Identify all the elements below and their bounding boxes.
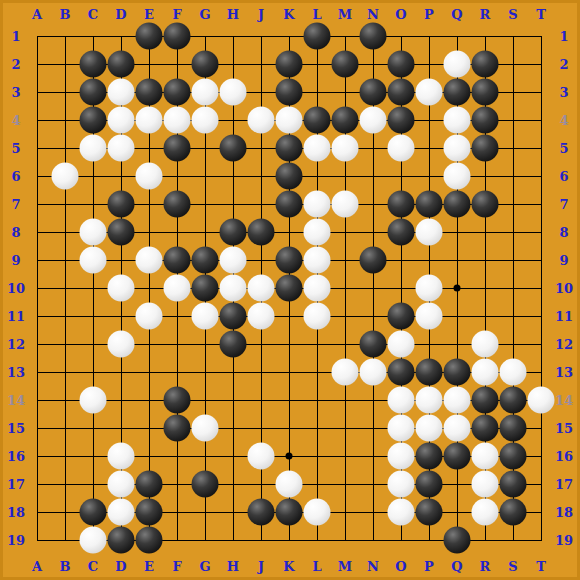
column-label-bottom: Q (451, 559, 462, 574)
white-stone-P8 (416, 219, 443, 246)
white-stone-G15 (192, 415, 219, 442)
white-stone-G4 (192, 107, 219, 134)
black-stone-R7 (472, 191, 499, 218)
black-stone-S16 (500, 443, 527, 470)
column-label-bottom: B (60, 559, 71, 574)
column-label-bottom: T (536, 559, 546, 574)
black-stone-K18 (276, 499, 303, 526)
star-point (454, 285, 461, 292)
white-stone-D18 (108, 499, 135, 526)
row-label-right: 16 (555, 449, 573, 464)
black-stone-C4 (80, 107, 107, 134)
black-stone-K10 (276, 275, 303, 302)
white-stone-Q14 (444, 387, 471, 414)
black-stone-C2 (80, 51, 107, 78)
black-stone-M2 (332, 51, 359, 78)
black-stone-N12 (360, 331, 387, 358)
row-label-right: 2 (559, 57, 568, 72)
white-stone-F4 (164, 107, 191, 134)
white-stone-P15 (416, 415, 443, 442)
black-stone-F3 (164, 79, 191, 106)
column-label-top: O (395, 7, 406, 22)
black-stone-N3 (360, 79, 387, 106)
black-stone-O7 (388, 191, 415, 218)
white-stone-M13 (332, 359, 359, 386)
white-stone-O17 (388, 471, 415, 498)
row-label-left: 9 (11, 253, 20, 268)
white-stone-L5 (304, 135, 331, 162)
black-stone-N9 (360, 247, 387, 274)
row-label-right: 11 (555, 309, 573, 324)
black-stone-C18 (80, 499, 107, 526)
black-stone-H12 (220, 331, 247, 358)
black-stone-C3 (80, 79, 107, 106)
black-stone-R3 (472, 79, 499, 106)
black-stone-L1 (304, 23, 331, 50)
black-stone-K2 (276, 51, 303, 78)
white-stone-O16 (388, 443, 415, 470)
black-stone-K9 (276, 247, 303, 274)
white-stone-L18 (304, 499, 331, 526)
black-stone-O11 (388, 303, 415, 330)
column-label-bottom: E (144, 559, 154, 574)
white-stone-O5 (388, 135, 415, 162)
black-stone-R4 (472, 107, 499, 134)
white-stone-P14 (416, 387, 443, 414)
white-stone-L11 (304, 303, 331, 330)
row-label-right: 19 (555, 533, 573, 548)
white-stone-B6 (52, 163, 79, 190)
row-label-right: 7 (559, 197, 568, 212)
black-stone-G9 (192, 247, 219, 274)
white-stone-L10 (304, 275, 331, 302)
white-stone-G3 (192, 79, 219, 106)
black-stone-Q16 (444, 443, 471, 470)
black-stone-F15 (164, 415, 191, 442)
white-stone-M5 (332, 135, 359, 162)
black-stone-M4 (332, 107, 359, 134)
black-stone-R15 (472, 415, 499, 442)
white-stone-S13 (500, 359, 527, 386)
black-stone-D2 (108, 51, 135, 78)
column-label-top: R (480, 7, 491, 22)
white-stone-F10 (164, 275, 191, 302)
white-stone-D17 (108, 471, 135, 498)
column-label-top: Q (451, 7, 462, 22)
white-stone-Q15 (444, 415, 471, 442)
white-stone-H9 (220, 247, 247, 274)
row-label-left: 2 (11, 57, 20, 72)
white-stone-C8 (80, 219, 107, 246)
row-label-left: 1 (11, 29, 20, 44)
row-label-right: 15 (555, 421, 573, 436)
black-stone-K3 (276, 79, 303, 106)
black-stone-K5 (276, 135, 303, 162)
black-stone-K7 (276, 191, 303, 218)
white-stone-R18 (472, 499, 499, 526)
white-stone-H10 (220, 275, 247, 302)
column-label-bottom: O (395, 559, 406, 574)
black-stone-P18 (416, 499, 443, 526)
white-stone-P3 (416, 79, 443, 106)
row-label-right: 3 (559, 85, 568, 100)
row-label-right: 13 (555, 365, 573, 380)
white-stone-R12 (472, 331, 499, 358)
black-stone-O2 (388, 51, 415, 78)
row-label-left: 7 (11, 197, 20, 212)
column-label-top: T (536, 7, 546, 22)
column-label-top: P (424, 7, 434, 22)
white-stone-D5 (108, 135, 135, 162)
column-label-top: M (338, 7, 352, 22)
column-label-bottom: L (312, 559, 321, 574)
black-stone-J18 (248, 499, 275, 526)
white-stone-C14 (80, 387, 107, 414)
white-stone-Q5 (444, 135, 471, 162)
black-stone-Q7 (444, 191, 471, 218)
black-stone-G2 (192, 51, 219, 78)
white-stone-Q2 (444, 51, 471, 78)
row-label-left: 13 (7, 365, 25, 380)
black-stone-Q3 (444, 79, 471, 106)
black-stone-J8 (248, 219, 275, 246)
white-stone-L9 (304, 247, 331, 274)
row-label-left: 8 (11, 225, 20, 240)
gridline-vertical (541, 36, 542, 541)
white-stone-M7 (332, 191, 359, 218)
column-label-bottom: J (258, 559, 264, 574)
row-label-right: 5 (559, 141, 568, 156)
black-stone-N1 (360, 23, 387, 50)
white-stone-L7 (304, 191, 331, 218)
white-stone-D12 (108, 331, 135, 358)
row-label-left: 3 (11, 85, 20, 100)
white-stone-D3 (108, 79, 135, 106)
black-stone-R14 (472, 387, 499, 414)
row-label-right: 9 (559, 253, 568, 268)
row-label-left: 16 (7, 449, 25, 464)
column-label-top: F (172, 7, 181, 22)
column-label-bottom: R (480, 559, 491, 574)
black-stone-D19 (108, 527, 135, 554)
black-stone-S18 (500, 499, 527, 526)
column-label-bottom: S (508, 559, 517, 574)
black-stone-H8 (220, 219, 247, 246)
white-stone-G11 (192, 303, 219, 330)
column-label-top: E (144, 7, 154, 22)
row-label-left: 6 (11, 169, 20, 184)
white-stone-J16 (248, 443, 275, 470)
black-stone-E17 (136, 471, 163, 498)
white-stone-C9 (80, 247, 107, 274)
white-stone-O14 (388, 387, 415, 414)
column-label-bottom: A (32, 559, 42, 574)
row-label-left: 11 (7, 309, 25, 324)
white-stone-C5 (80, 135, 107, 162)
column-label-bottom: M (338, 559, 352, 574)
go-board[interactable]: AABBCCDDEEFFGGHHJJKKLLMMNNOOPPQQRRSSTT11… (0, 0, 580, 580)
black-stone-H5 (220, 135, 247, 162)
black-stone-S14 (500, 387, 527, 414)
white-stone-E11 (136, 303, 163, 330)
column-label-top: A (32, 7, 42, 22)
white-stone-J10 (248, 275, 275, 302)
column-label-top: G (199, 7, 210, 22)
column-label-top: S (508, 7, 517, 22)
white-stone-E6 (136, 163, 163, 190)
gridline-horizontal (37, 316, 542, 317)
black-stone-Q13 (444, 359, 471, 386)
black-stone-F14 (164, 387, 191, 414)
column-label-top: B (60, 7, 71, 22)
column-label-bottom: H (227, 559, 239, 574)
black-stone-F1 (164, 23, 191, 50)
column-label-top: N (367, 7, 379, 22)
white-stone-D4 (108, 107, 135, 134)
white-stone-O18 (388, 499, 415, 526)
column-label-top: D (115, 7, 126, 22)
white-stone-E4 (136, 107, 163, 134)
row-label-left: 5 (11, 141, 20, 156)
black-stone-S17 (500, 471, 527, 498)
white-stone-C19 (80, 527, 107, 554)
column-label-top: J (258, 7, 264, 22)
column-label-top: H (227, 7, 239, 22)
row-label-left: 15 (7, 421, 25, 436)
row-label-right: 18 (555, 505, 573, 520)
black-stone-K6 (276, 163, 303, 190)
white-stone-R17 (472, 471, 499, 498)
row-label-right: 8 (559, 225, 568, 240)
black-stone-E1 (136, 23, 163, 50)
black-stone-D8 (108, 219, 135, 246)
row-label-right: 14 (555, 393, 573, 408)
white-stone-J4 (248, 107, 275, 134)
white-stone-R16 (472, 443, 499, 470)
column-label-top: K (283, 7, 294, 22)
row-label-right: 6 (559, 169, 568, 184)
black-stone-O13 (388, 359, 415, 386)
white-stone-E9 (136, 247, 163, 274)
row-label-right: 4 (559, 113, 568, 128)
black-stone-F5 (164, 135, 191, 162)
white-stone-P11 (416, 303, 443, 330)
column-label-bottom: F (172, 559, 181, 574)
white-stone-J11 (248, 303, 275, 330)
black-stone-F7 (164, 191, 191, 218)
white-stone-T14 (528, 387, 555, 414)
row-label-right: 12 (555, 337, 573, 352)
white-stone-L8 (304, 219, 331, 246)
white-stone-P10 (416, 275, 443, 302)
white-stone-H3 (220, 79, 247, 106)
black-stone-P7 (416, 191, 443, 218)
row-label-left: 14 (7, 393, 25, 408)
star-point (286, 453, 293, 460)
black-stone-P17 (416, 471, 443, 498)
white-stone-O12 (388, 331, 415, 358)
column-label-bottom: N (367, 559, 379, 574)
white-stone-N4 (360, 107, 387, 134)
white-stone-Q4 (444, 107, 471, 134)
row-label-right: 10 (555, 281, 573, 296)
row-label-left: 4 (11, 113, 20, 128)
black-stone-E18 (136, 499, 163, 526)
black-stone-F9 (164, 247, 191, 274)
row-label-left: 19 (7, 533, 25, 548)
row-label-left: 10 (7, 281, 25, 296)
black-stone-L4 (304, 107, 331, 134)
black-stone-P13 (416, 359, 443, 386)
column-label-bottom: D (115, 559, 126, 574)
column-label-bottom: G (199, 559, 210, 574)
black-stone-Q19 (444, 527, 471, 554)
black-stone-E19 (136, 527, 163, 554)
black-stone-H11 (220, 303, 247, 330)
black-stone-G10 (192, 275, 219, 302)
row-label-left: 18 (7, 505, 25, 520)
black-stone-R5 (472, 135, 499, 162)
black-stone-G17 (192, 471, 219, 498)
white-stone-K4 (276, 107, 303, 134)
black-stone-O8 (388, 219, 415, 246)
white-stone-O15 (388, 415, 415, 442)
black-stone-E3 (136, 79, 163, 106)
white-stone-D10 (108, 275, 135, 302)
column-label-top: C (88, 7, 98, 22)
black-stone-P16 (416, 443, 443, 470)
black-stone-S15 (500, 415, 527, 442)
white-stone-N13 (360, 359, 387, 386)
column-label-top: L (312, 7, 321, 22)
black-stone-D7 (108, 191, 135, 218)
white-stone-Q6 (444, 163, 471, 190)
column-label-bottom: K (283, 559, 294, 574)
row-label-left: 12 (7, 337, 25, 352)
white-stone-D16 (108, 443, 135, 470)
row-label-left: 17 (7, 477, 25, 492)
column-label-bottom: P (424, 559, 434, 574)
black-stone-R2 (472, 51, 499, 78)
row-label-right: 17 (555, 477, 573, 492)
white-stone-K17 (276, 471, 303, 498)
black-stone-O3 (388, 79, 415, 106)
row-label-right: 1 (559, 29, 568, 44)
black-stone-O4 (388, 107, 415, 134)
white-stone-R13 (472, 359, 499, 386)
column-label-bottom: C (88, 559, 98, 574)
